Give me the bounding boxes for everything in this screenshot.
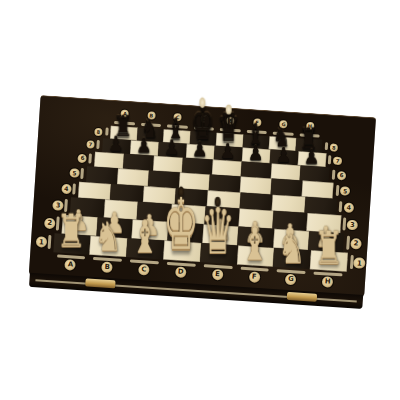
- coordinate-label: E: [212, 268, 224, 280]
- crown-tip-icon: [215, 197, 221, 207]
- coordinate-label: 4: [61, 184, 72, 195]
- coordinate-label: C: [138, 263, 150, 275]
- coordinate-label: 8: [330, 143, 339, 152]
- piece-white-queen[interactable]: ♛: [201, 201, 236, 265]
- piece-white-rook[interactable]: ♜: [56, 209, 86, 254]
- crown-tip-icon: [226, 104, 232, 114]
- piece-white-king[interactable]: ♚: [164, 190, 200, 262]
- square-f1[interactable]: ♝: [237, 245, 275, 267]
- piece-black-pawn[interactable]: ♟: [164, 137, 179, 158]
- hinge-icon: [287, 292, 317, 302]
- coordinate-label: F: [248, 271, 260, 283]
- square-a1[interactable]: ♜: [53, 233, 91, 255]
- crown-tip-icon: [178, 186, 184, 197]
- inlay-dash: [324, 142, 328, 150]
- piece-white-knight[interactable]: ♞: [278, 229, 306, 269]
- piece-black-pawn[interactable]: ♟: [248, 143, 263, 164]
- piece-black-pawn[interactable]: ♟: [192, 139, 207, 160]
- square-b4[interactable]: [110, 184, 143, 203]
- piece-black-pawn[interactable]: ♟: [108, 134, 123, 155]
- inlay-dash: [332, 169, 336, 179]
- piece-white-bishop[interactable]: ♝: [131, 214, 159, 259]
- coordinate-label: 2: [350, 238, 362, 250]
- piece-white-bishop[interactable]: ♝: [241, 222, 269, 267]
- square-d1[interactable]: ♚: [163, 240, 201, 262]
- square-a4[interactable]: [78, 181, 111, 200]
- square-g1[interactable]: ♞: [273, 247, 311, 269]
- photo-scene: ABCDEFGHABCDEFGH♜♞♝♚♛♝♞♜88♟♟♟♟♟♟♟♟776655…: [0, 0, 400, 400]
- piece-white-rook[interactable]: ♜: [313, 226, 343, 271]
- piece-black-pawn[interactable]: ♟: [304, 147, 319, 168]
- square-e1[interactable]: ♛: [200, 243, 238, 265]
- piece-black-pawn[interactable]: ♟: [276, 145, 291, 166]
- square-g4[interactable]: [272, 194, 305, 213]
- piece-white-knight[interactable]: ♞: [94, 216, 122, 256]
- chess-board: ABCDEFGHABCDEFGH♜♞♝♚♛♝♞♜88♟♟♟♟♟♟♟♟776655…: [28, 95, 376, 309]
- square-f4[interactable]: [239, 192, 272, 211]
- crown-tip-icon: [199, 97, 205, 108]
- coordinate-label: 8: [94, 127, 103, 136]
- square-h1[interactable]: ♜: [310, 250, 348, 272]
- coordinate-label: D: [175, 266, 187, 278]
- piece-black-pawn[interactable]: ♟: [220, 141, 235, 162]
- piece-black-pawn[interactable]: ♟: [136, 135, 151, 156]
- square-c1[interactable]: ♝: [126, 238, 164, 260]
- hinge-icon: [85, 278, 115, 288]
- square-b1[interactable]: ♞: [90, 235, 128, 257]
- square-h4[interactable]: [304, 196, 337, 215]
